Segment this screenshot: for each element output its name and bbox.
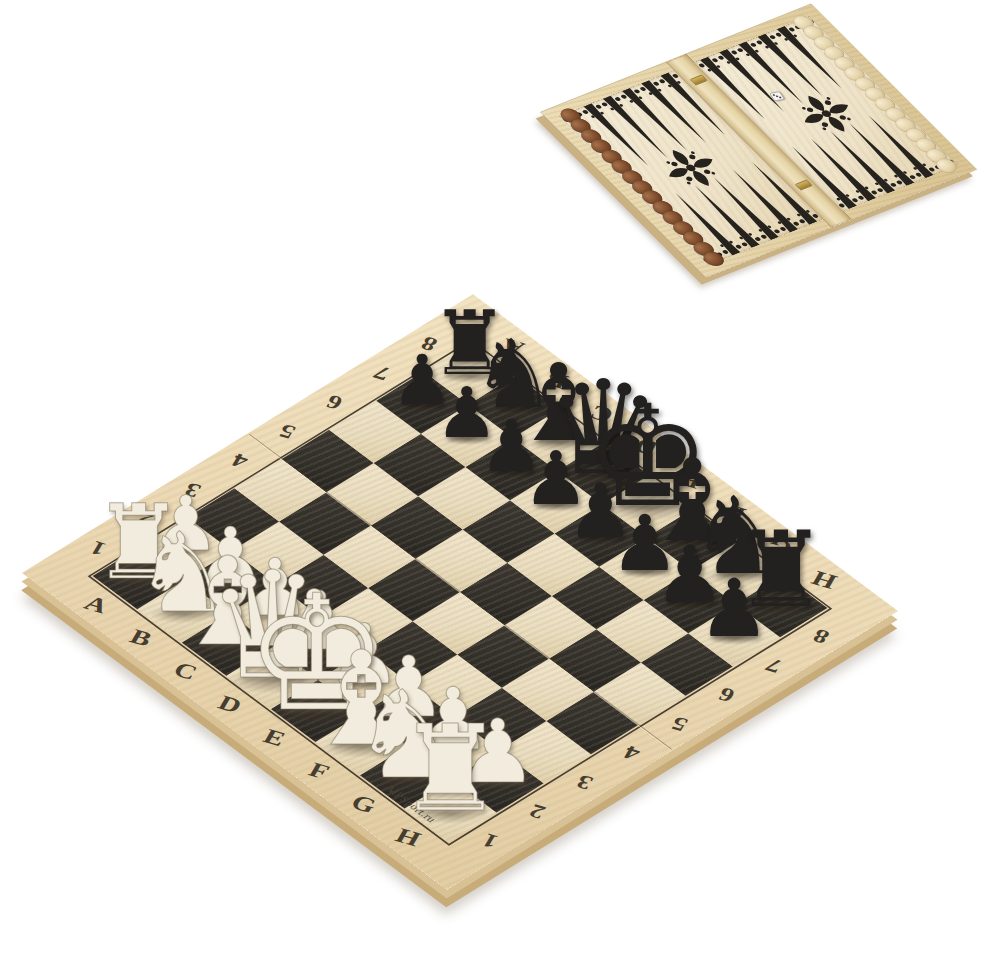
rank-label-left-6: 6 xyxy=(322,390,347,414)
rank-label-right-6: 6 xyxy=(715,682,740,706)
rank-label-right-2: 2 xyxy=(525,799,550,823)
file-label-top-h: H xyxy=(807,566,841,594)
file-label-top-f: F xyxy=(720,500,750,526)
file-label-bottom-b: B xyxy=(125,624,156,651)
file-label-bottom-h: H xyxy=(391,823,425,851)
rank-label-right-8: 8 xyxy=(809,624,834,648)
rank-label-right-4: 4 xyxy=(620,741,645,765)
file-label-bottom-g: G xyxy=(346,790,380,818)
rank-label-right-1: 1 xyxy=(478,829,503,853)
file-label-top-d: D xyxy=(629,433,662,460)
hinge-icon xyxy=(795,180,813,191)
file-label-bottom-e: E xyxy=(259,724,290,751)
file-label-bottom-c: C xyxy=(169,657,202,684)
rank-label-left-3: 3 xyxy=(181,478,206,502)
chess-board: MPSport.ru AABBCCDDEEFFGGHH1122334455667… xyxy=(22,294,898,890)
file-label-top-a: A xyxy=(496,334,529,361)
backgammon-board xyxy=(540,4,977,278)
rank-label-right-5: 5 xyxy=(667,712,692,736)
file-label-top-e: E xyxy=(675,467,706,494)
file-label-bottom-a: A xyxy=(80,591,113,618)
file-label-top-c: C xyxy=(585,400,618,427)
file-label-top-b: B xyxy=(541,367,572,394)
hinge-icon xyxy=(690,75,708,86)
product-photo-scene: MPSport.ru AABBCCDDEEFFGGHH1122334455667… xyxy=(0,0,1000,966)
rank-label-left-8: 8 xyxy=(417,332,442,356)
file-label-top-g: G xyxy=(762,533,796,561)
rank-label-right-7: 7 xyxy=(762,653,787,677)
file-label-bottom-d: D xyxy=(213,690,246,717)
rank-label-left-2: 2 xyxy=(133,507,158,531)
rank-label-left-1: 1 xyxy=(86,536,111,560)
rank-label-left-7: 7 xyxy=(370,361,395,385)
damask-ornament xyxy=(651,141,730,194)
file-label-bottom-f: F xyxy=(304,757,334,783)
rank-label-left-5: 5 xyxy=(275,419,300,443)
rank-label-right-3: 3 xyxy=(573,770,598,794)
damask-ornament xyxy=(787,87,866,140)
rank-label-left-4: 4 xyxy=(228,449,253,473)
